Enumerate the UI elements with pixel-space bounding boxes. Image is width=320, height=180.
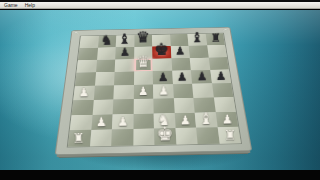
- square-h5[interactable]: ♟: [210, 70, 231, 84]
- white-pawn[interactable]: ♟: [158, 85, 169, 97]
- square-a3[interactable]: [72, 100, 94, 115]
- black-pawn[interactable]: ♟: [177, 71, 188, 83]
- board-tilt: ↖ ↗ ♞♝♛♝♜♟♚♟♛♟♟♟♟♟♟♟♟♟♞♟♝♟♜♚♜: [55, 27, 253, 155]
- black-bishop[interactable]: ♝: [191, 31, 203, 45]
- square-f4[interactable]: [173, 84, 194, 98]
- square-d3[interactable]: [133, 99, 154, 114]
- chess-app-window: Game Help ↖ ↗ ♞♝♛♝♜♟♚♟♛♟♟♟♟♟♟♟♟♟♞♟♝♟♜♚♜: [0, 0, 320, 180]
- square-a2[interactable]: [70, 115, 92, 131]
- square-c5[interactable]: [114, 72, 134, 86]
- square-f7[interactable]: ♟: [170, 46, 189, 58]
- black-pawn[interactable]: ♟: [216, 71, 227, 83]
- square-b3[interactable]: [92, 99, 113, 114]
- square-b5[interactable]: [94, 72, 114, 86]
- white-pawn[interactable]: ♟: [117, 116, 128, 129]
- white-bishop[interactable]: ♝: [199, 111, 213, 127]
- square-f3[interactable]: [173, 98, 194, 113]
- square-a1[interactable]: ♜: [68, 130, 91, 147]
- white-queen[interactable]: ♛: [136, 54, 151, 70]
- menu-item-help[interactable]: Help: [25, 3, 35, 8]
- white-king[interactable]: ♚: [156, 125, 173, 144]
- board-frame: ↖ ↗ ♞♝♛♝♜♟♚♟♛♟♟♟♟♟♟♟♟♟♞♟♝♟♜♚♜: [55, 27, 253, 155]
- black-pawn[interactable]: ♟: [157, 72, 168, 84]
- square-h2[interactable]: ♟: [215, 112, 238, 128]
- square-g7[interactable]: [189, 45, 209, 57]
- square-h3[interactable]: [213, 97, 235, 112]
- board-scene: ↖ ↗ ♞♝♛♝♜♟♚♟♛♟♟♟♟♟♟♟♟♟♞♟♝♟♜♚♜: [52, 13, 252, 155]
- black-pawn[interactable]: ♟: [196, 71, 207, 83]
- black-knight[interactable]: ♞: [101, 33, 113, 46]
- square-c7[interactable]: ♟: [115, 47, 134, 60]
- square-f2[interactable]: ♟: [174, 112, 196, 128]
- square-c2[interactable]: ♟: [112, 114, 133, 130]
- square-g1[interactable]: [196, 127, 219, 144]
- game-viewport: ↖ ↗ ♞♝♛♝♜♟♚♟♛♟♟♟♟♟♟♟♟♟♞♟♝♟♜♚♜: [0, 10, 320, 170]
- square-b7[interactable]: [97, 47, 116, 60]
- white-pawn[interactable]: ♟: [222, 114, 233, 127]
- square-a4[interactable]: ♟: [73, 86, 94, 100]
- rotate-view-right-icon: ↗: [221, 28, 229, 32]
- square-h7[interactable]: [207, 45, 227, 57]
- black-king[interactable]: ♚: [154, 41, 169, 57]
- square-a8[interactable]: [79, 36, 98, 48]
- square-h8[interactable]: ♜: [205, 33, 225, 45]
- square-a7[interactable]: [78, 48, 98, 61]
- square-c6[interactable]: [115, 59, 134, 72]
- square-b1[interactable]: [90, 130, 112, 147]
- black-pawn[interactable]: ♟: [175, 46, 185, 57]
- square-g5[interactable]: ♟: [191, 70, 212, 84]
- square-h1[interactable]: ♜: [217, 127, 241, 144]
- square-g4[interactable]: [192, 83, 213, 97]
- square-g2[interactable]: ♝: [195, 112, 217, 128]
- square-g8[interactable]: ♝: [187, 34, 206, 46]
- chess-board: ♞♝♛♝♜♟♚♟♛♟♟♟♟♟♟♟♟♟♞♟♝♟♜♚♜: [67, 33, 242, 148]
- square-a6[interactable]: [77, 60, 97, 73]
- square-f5[interactable]: ♟: [172, 70, 192, 84]
- square-c3[interactable]: [113, 99, 134, 114]
- square-c4[interactable]: [113, 85, 133, 99]
- letterbox-bottom: [0, 170, 320, 180]
- square-c1[interactable]: [111, 129, 133, 146]
- white-rook[interactable]: ♜: [72, 131, 85, 145]
- black-bishop[interactable]: ♝: [119, 33, 131, 47]
- square-d4[interactable]: ♟: [133, 85, 153, 99]
- square-e4[interactable]: ♟: [153, 84, 173, 98]
- square-h4[interactable]: [212, 83, 234, 97]
- white-pawn[interactable]: ♟: [138, 86, 149, 98]
- square-d8[interactable]: ♛: [134, 35, 152, 47]
- square-d2[interactable]: [133, 113, 154, 129]
- square-e1[interactable]: ♚: [154, 128, 176, 145]
- black-pawn[interactable]: ♟: [119, 47, 129, 58]
- square-d1[interactable]: [133, 129, 155, 146]
- menu-item-game[interactable]: Game: [4, 3, 18, 8]
- square-e7[interactable]: ♚: [152, 46, 171, 59]
- square-f1[interactable]: [175, 128, 198, 145]
- white-rook[interactable]: ♜: [223, 128, 236, 142]
- black-rook[interactable]: ♜: [210, 33, 221, 45]
- white-pawn[interactable]: ♟: [180, 114, 191, 127]
- square-b6[interactable]: [96, 59, 116, 72]
- black-queen[interactable]: ♛: [136, 30, 150, 46]
- square-b2[interactable]: ♟: [91, 114, 113, 130]
- square-b4[interactable]: [93, 85, 114, 99]
- square-d6[interactable]: ♛: [134, 59, 153, 72]
- menu-bar: Game Help: [0, 2, 320, 9]
- square-b8[interactable]: ♞: [98, 36, 117, 48]
- white-pawn[interactable]: ♟: [96, 116, 107, 129]
- white-pawn[interactable]: ♟: [78, 87, 89, 99]
